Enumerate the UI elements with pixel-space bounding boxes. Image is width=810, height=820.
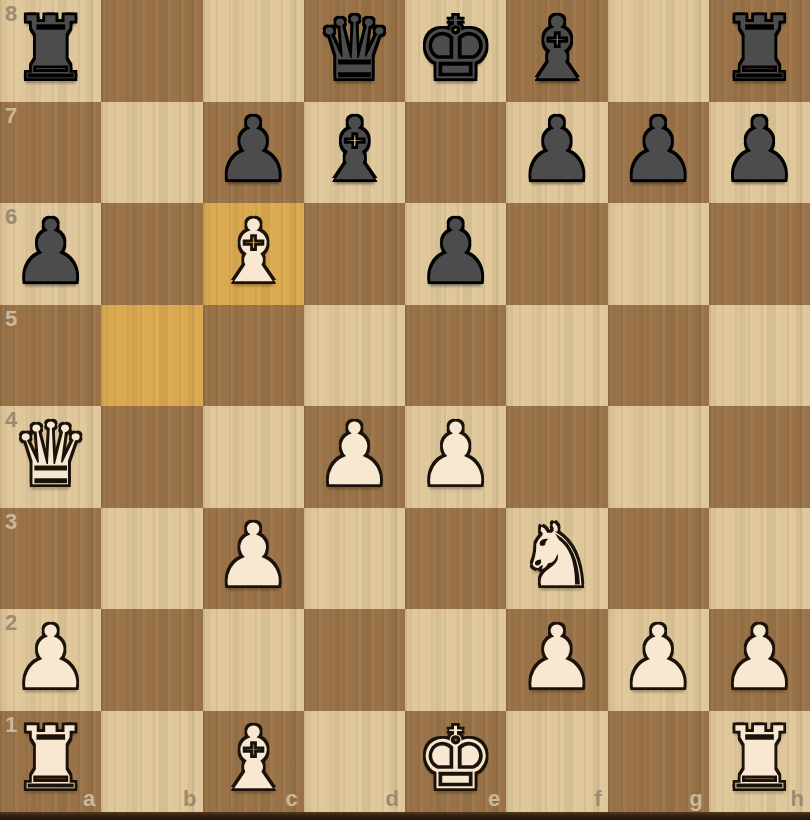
- square-b6[interactable]: [101, 203, 202, 305]
- square-c4[interactable]: [203, 406, 304, 508]
- square-f7[interactable]: ♟: [506, 102, 607, 204]
- piece-white-queen-a4[interactable]: ♛: [11, 411, 90, 499]
- board-frame-bottom: [0, 812, 810, 820]
- square-g4[interactable]: [608, 406, 709, 508]
- square-b8[interactable]: [101, 0, 202, 102]
- square-d5[interactable]: [304, 305, 405, 407]
- square-h2[interactable]: ♟: [709, 609, 810, 711]
- square-a8[interactable]: 8♜: [0, 0, 101, 102]
- square-e3[interactable]: [405, 508, 506, 610]
- piece-black-rook-a8[interactable]: ♜: [11, 5, 90, 93]
- piece-black-rook-h8[interactable]: ♜: [720, 5, 799, 93]
- square-e7[interactable]: [405, 102, 506, 204]
- piece-white-rook-h1[interactable]: ♜: [720, 715, 799, 803]
- square-e1[interactable]: e♚: [405, 711, 506, 813]
- piece-black-pawn-c7[interactable]: ♟: [214, 106, 293, 194]
- square-g3[interactable]: [608, 508, 709, 610]
- square-b3[interactable]: [101, 508, 202, 610]
- square-d4[interactable]: ♟: [304, 406, 405, 508]
- square-d6[interactable]: [304, 203, 405, 305]
- square-e5[interactable]: [405, 305, 506, 407]
- square-c3[interactable]: ♟: [203, 508, 304, 610]
- square-a3[interactable]: 3: [0, 508, 101, 610]
- file-label-b: b: [183, 788, 196, 810]
- piece-black-bishop-d7[interactable]: ♝: [315, 106, 394, 194]
- square-a4[interactable]: 4♛: [0, 406, 101, 508]
- chess-board: 8♜♛♚♝♜7♟♝♟♟♟6♟♝♟54♛♟♟3♟♞2♟♟♟♟1a♜bc♝de♚fg…: [0, 0, 810, 812]
- square-e2[interactable]: [405, 609, 506, 711]
- file-label-g: g: [689, 788, 702, 810]
- square-g1[interactable]: g: [608, 711, 709, 813]
- piece-white-pawn-e4[interactable]: ♟: [416, 411, 495, 499]
- square-d7[interactable]: ♝: [304, 102, 405, 204]
- square-f6[interactable]: [506, 203, 607, 305]
- piece-black-pawn-f7[interactable]: ♟: [517, 106, 596, 194]
- square-g6[interactable]: [608, 203, 709, 305]
- rank-label-5: 5: [5, 308, 17, 330]
- square-g7[interactable]: ♟: [608, 102, 709, 204]
- square-f2[interactable]: ♟: [506, 609, 607, 711]
- square-b5[interactable]: [101, 305, 202, 407]
- square-h3[interactable]: [709, 508, 810, 610]
- square-h5[interactable]: [709, 305, 810, 407]
- piece-white-bishop-c1[interactable]: ♝: [214, 715, 293, 803]
- piece-black-queen-d8[interactable]: ♛: [315, 5, 394, 93]
- chess-board-wrapper: 8♜♛♚♝♜7♟♝♟♟♟6♟♝♟54♛♟♟3♟♞2♟♟♟♟1a♜bc♝de♚fg…: [0, 0, 810, 820]
- square-f8[interactable]: ♝: [506, 0, 607, 102]
- square-g5[interactable]: [608, 305, 709, 407]
- piece-black-bishop-f8[interactable]: ♝: [517, 5, 596, 93]
- square-f4[interactable]: [506, 406, 607, 508]
- square-c1[interactable]: c♝: [203, 711, 304, 813]
- rank-label-7: 7: [5, 105, 17, 127]
- square-b2[interactable]: [101, 609, 202, 711]
- square-f1[interactable]: f: [506, 711, 607, 813]
- piece-white-pawn-h2[interactable]: ♟: [720, 614, 799, 702]
- piece-white-knight-f3[interactable]: ♞: [517, 512, 596, 600]
- square-b7[interactable]: [101, 102, 202, 204]
- square-a5[interactable]: 5: [0, 305, 101, 407]
- file-label-f: f: [594, 788, 601, 810]
- piece-white-pawn-d4[interactable]: ♟: [315, 411, 394, 499]
- piece-white-pawn-f2[interactable]: ♟: [517, 614, 596, 702]
- square-f5[interactable]: [506, 305, 607, 407]
- square-d2[interactable]: [304, 609, 405, 711]
- square-c2[interactable]: [203, 609, 304, 711]
- square-g2[interactable]: ♟: [608, 609, 709, 711]
- piece-white-pawn-a2[interactable]: ♟: [11, 614, 90, 702]
- piece-white-bishop-c6[interactable]: ♝: [214, 208, 293, 296]
- square-d3[interactable]: [304, 508, 405, 610]
- piece-black-king-e8[interactable]: ♚: [416, 5, 495, 93]
- square-a1[interactable]: 1a♜: [0, 711, 101, 813]
- piece-white-king-e1[interactable]: ♚: [416, 715, 495, 803]
- square-h1[interactable]: h♜: [709, 711, 810, 813]
- square-c6[interactable]: ♝: [203, 203, 304, 305]
- piece-black-pawn-a6[interactable]: ♟: [11, 208, 90, 296]
- piece-black-pawn-g7[interactable]: ♟: [619, 106, 698, 194]
- square-h4[interactable]: [709, 406, 810, 508]
- square-e4[interactable]: ♟: [405, 406, 506, 508]
- square-g8[interactable]: [608, 0, 709, 102]
- square-f3[interactable]: ♞: [506, 508, 607, 610]
- piece-white-pawn-g2[interactable]: ♟: [619, 614, 698, 702]
- square-h8[interactable]: ♜: [709, 0, 810, 102]
- square-a7[interactable]: 7: [0, 102, 101, 204]
- square-e6[interactable]: ♟: [405, 203, 506, 305]
- square-c5[interactable]: [203, 305, 304, 407]
- square-h6[interactable]: [709, 203, 810, 305]
- square-b1[interactable]: b: [101, 711, 202, 813]
- square-a6[interactable]: 6♟: [0, 203, 101, 305]
- square-b4[interactable]: [101, 406, 202, 508]
- square-d1[interactable]: d: [304, 711, 405, 813]
- piece-black-pawn-e6[interactable]: ♟: [416, 208, 495, 296]
- square-a2[interactable]: 2♟: [0, 609, 101, 711]
- square-c7[interactable]: ♟: [203, 102, 304, 204]
- rank-label-3: 3: [5, 511, 17, 533]
- piece-black-pawn-h7[interactable]: ♟: [720, 106, 799, 194]
- square-d8[interactable]: ♛: [304, 0, 405, 102]
- square-h7[interactable]: ♟: [709, 102, 810, 204]
- piece-white-pawn-c3[interactable]: ♟: [214, 512, 293, 600]
- piece-white-rook-a1[interactable]: ♜: [11, 715, 90, 803]
- square-c8[interactable]: [203, 0, 304, 102]
- square-e8[interactable]: ♚: [405, 0, 506, 102]
- file-label-d: d: [386, 788, 399, 810]
